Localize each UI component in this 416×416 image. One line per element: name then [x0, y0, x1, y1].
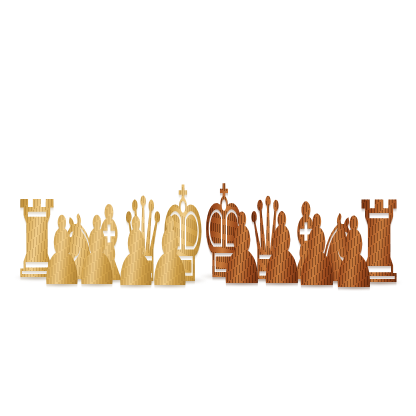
chess-set-photo: ♜♟♞♟♝♟♛♟♚♚♟♛♟♝♟♞♟♜	[0, 0, 416, 416]
piece-lineup: ♜♟♞♟♝♟♛♟♚♚♟♛♟♝♟♞♟♜	[0, 0, 416, 416]
dark-pawn-4: ♟	[330, 204, 378, 302]
light-pawn-4: ♟	[147, 205, 194, 300]
